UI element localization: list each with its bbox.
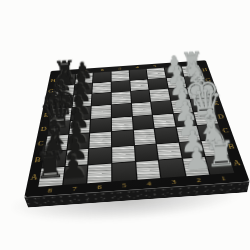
square-c4 bbox=[133, 129, 155, 145]
board-grid: ♜♟♟♜♞♟♟♞♝♟♟♝♚♟♟♚♛♟♟♛♝♟♟♝♞♟♟♞♜♟♟♜ bbox=[38, 65, 234, 186]
square-g5 bbox=[112, 81, 130, 93]
square-h4 bbox=[129, 69, 147, 80]
square-a2: ♟ bbox=[183, 157, 210, 176]
square-a5 bbox=[112, 162, 136, 181]
square-a7: ♟ bbox=[63, 166, 87, 185]
square-f5 bbox=[112, 92, 131, 105]
square-f4 bbox=[131, 90, 151, 103]
square-e5 bbox=[112, 103, 132, 117]
square-e4 bbox=[131, 102, 151, 116]
square-d4 bbox=[132, 115, 153, 130]
square-b4 bbox=[134, 144, 157, 161]
chess-board: ABCDEFGH ABCDEFGH 87654321 87654321 ♜♟♟♜… bbox=[24, 60, 249, 197]
square-c5 bbox=[112, 130, 133, 146]
square-a4 bbox=[136, 161, 161, 180]
black-pawn-a7: ♟ bbox=[35, 150, 113, 185]
square-g4 bbox=[130, 79, 149, 91]
square-b5 bbox=[112, 146, 134, 163]
board-rotation-wrapper: ABCDEFGH ABCDEFGH 87654321 87654321 ♜♟♟♜… bbox=[0, 0, 250, 250]
product-photo-scene: ABCDEFGH ABCDEFGH 87654321 87654321 ♜♟♟♜… bbox=[0, 0, 250, 250]
white-pawn-a2: ♟ bbox=[157, 142, 235, 177]
square-d5 bbox=[112, 116, 133, 131]
square-h5 bbox=[111, 70, 128, 81]
perspective-wrapper: ABCDEFGH ABCDEFGH 87654321 87654321 ♜♟♟♜… bbox=[0, 0, 250, 250]
